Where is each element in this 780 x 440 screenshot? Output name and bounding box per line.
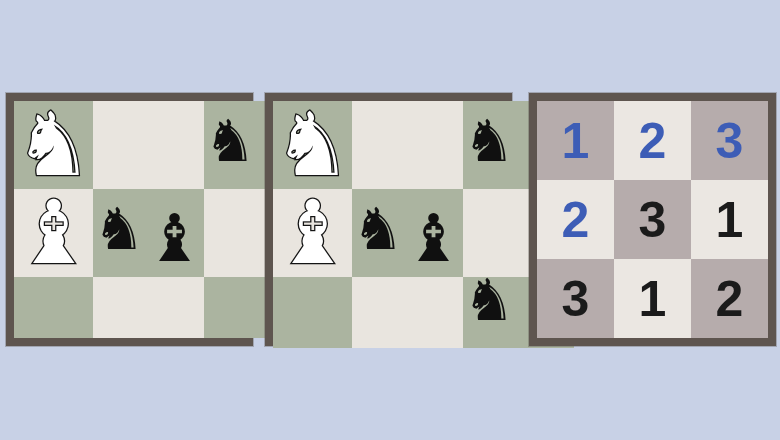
board-1-cell-r3c2 xyxy=(93,277,204,338)
number-board: 123231312 xyxy=(529,93,776,346)
board-1-cell-r1c1: ♞ xyxy=(14,101,93,189)
number-label-1: 1 xyxy=(716,195,744,245)
black-knight-icon: ♞ xyxy=(463,112,515,170)
number-label-2: 2 xyxy=(716,274,744,324)
white-bishop-icon: ♝ xyxy=(273,189,352,277)
white-knight-icon: ♞ xyxy=(14,101,93,189)
board-2-cell-r2c2: ♞♝ xyxy=(352,189,463,277)
board-2-cell-r1c1: ♞ xyxy=(273,101,352,189)
board-3-cell-r3c1: 3 xyxy=(537,259,614,338)
board-3-cell-r3c2: 1 xyxy=(614,259,691,338)
board-3-cell-r1c2: 2 xyxy=(614,101,691,180)
board-1-cell-r2c1: ♝ xyxy=(14,189,93,277)
black-bishop-icon: ♝ xyxy=(145,206,204,272)
white-bishop-icon: ♝ xyxy=(14,189,93,277)
board-3-cell-r2c1: 2 xyxy=(537,180,614,259)
board-1-cell-r2c2: ♞♝ xyxy=(93,189,204,277)
board-2-cell-r2c1: ♝ xyxy=(273,189,352,277)
board-2-cell-r3c2 xyxy=(352,277,463,348)
white-knight-icon: ♞ xyxy=(273,101,352,189)
number-label-2: 2 xyxy=(639,116,667,166)
number-label-3: 3 xyxy=(639,195,667,245)
black-knight-icon: ♞ xyxy=(204,112,256,170)
board-3-cell-r3c3: 2 xyxy=(691,259,768,338)
board-3-cell-r2c2: 3 xyxy=(614,180,691,259)
chess-board-1: ♞♞♝♝♞♝ xyxy=(6,93,253,346)
board-2-cell-r3c1 xyxy=(273,277,352,348)
black-knight-icon: ♞ xyxy=(463,271,515,329)
board-1-cell-r3c1 xyxy=(14,277,93,338)
board-1-cell-r1c2 xyxy=(93,101,204,189)
board-2-cell-r1c2 xyxy=(352,101,463,189)
number-label-1: 1 xyxy=(562,116,590,166)
number-label-3: 3 xyxy=(562,274,590,324)
chess-board-2: ♞♞♝♝♞♝♞♝ xyxy=(265,93,512,346)
black-knight-icon: ♞ xyxy=(93,200,145,258)
board-3-cell-r1c3: 3 xyxy=(691,101,768,180)
board-3-cell-r2c3: 1 xyxy=(691,180,768,259)
number-label-2: 2 xyxy=(562,195,590,245)
number-label-3: 3 xyxy=(716,116,744,166)
black-bishop-icon: ♝ xyxy=(404,206,463,272)
board-3-cell-r1c1: 1 xyxy=(537,101,614,180)
black-knight-icon: ♞ xyxy=(352,200,404,258)
number-label-1: 1 xyxy=(639,274,667,324)
